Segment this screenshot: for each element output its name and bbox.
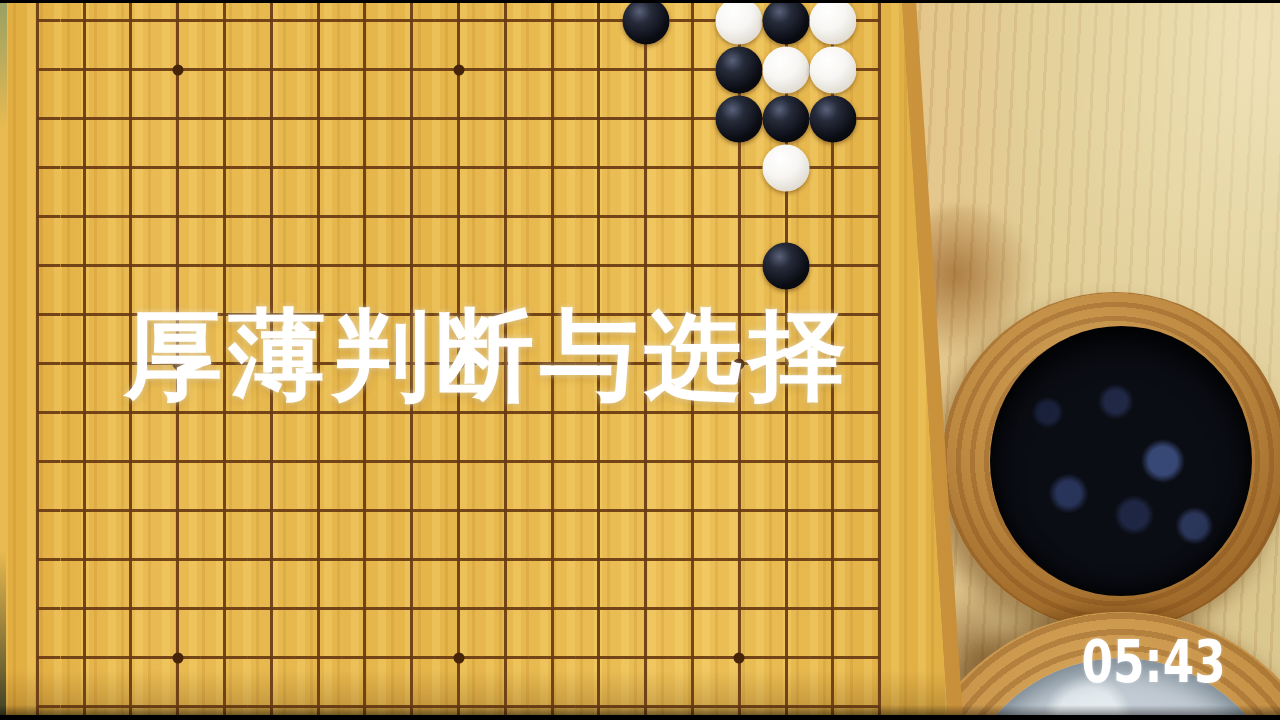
intersection [763, 584, 810, 633]
intersection [61, 94, 108, 143]
intersection [669, 486, 716, 535]
intersection [61, 143, 108, 192]
letterbox-bottom [0, 715, 1280, 720]
intersection [248, 535, 295, 584]
intersection [856, 241, 903, 290]
intersection [61, 388, 108, 437]
intersection [482, 535, 529, 584]
intersection [14, 437, 61, 486]
intersection [388, 486, 435, 535]
intersection [154, 633, 201, 682]
intersection [529, 633, 576, 682]
intersection [342, 241, 389, 290]
intersection [295, 633, 342, 682]
intersection [342, 486, 389, 535]
black-stone [716, 46, 763, 93]
intersection [248, 584, 295, 633]
intersection [810, 0, 857, 45]
intersection [622, 241, 669, 290]
white-stone [809, 46, 856, 93]
intersection [14, 535, 61, 584]
intersection [856, 633, 903, 682]
intersection [61, 45, 108, 94]
intersection [763, 486, 810, 535]
intersection [108, 192, 155, 241]
intersection [482, 241, 529, 290]
intersection [482, 633, 529, 682]
intersection [295, 437, 342, 486]
intersection [201, 45, 248, 94]
intersection [154, 241, 201, 290]
intersection [108, 437, 155, 486]
intersection [529, 0, 576, 45]
intersection [856, 535, 903, 584]
intersection [529, 437, 576, 486]
white-stone [763, 46, 810, 93]
intersection [248, 633, 295, 682]
video-frame: 厚薄判断与选择 05:43 [0, 0, 1280, 720]
intersection [810, 94, 857, 143]
intersection [669, 633, 716, 682]
intersection [856, 192, 903, 241]
intersection [201, 437, 248, 486]
intersection [856, 0, 903, 45]
intersection [154, 535, 201, 584]
intersection [716, 633, 763, 682]
intersection [342, 535, 389, 584]
intersection [482, 584, 529, 633]
intersection [669, 535, 716, 584]
intersection [295, 241, 342, 290]
intersection [388, 45, 435, 94]
intersection [529, 94, 576, 143]
black-stone [763, 242, 810, 289]
star-point [453, 652, 464, 663]
intersection [295, 486, 342, 535]
intersection [14, 339, 61, 388]
intersection [810, 535, 857, 584]
intersection [576, 486, 623, 535]
intersection [388, 192, 435, 241]
intersection [295, 143, 342, 192]
intersection [295, 192, 342, 241]
intersection [342, 584, 389, 633]
intersection [388, 94, 435, 143]
intersection [61, 0, 108, 45]
intersection [763, 45, 810, 94]
intersection [435, 633, 482, 682]
intersection [763, 437, 810, 486]
intersection [342, 192, 389, 241]
intersection [435, 584, 482, 633]
intersection [14, 192, 61, 241]
intersection [154, 143, 201, 192]
intersection [810, 437, 857, 486]
intersection [295, 0, 342, 45]
intersection [154, 94, 201, 143]
intersection [154, 192, 201, 241]
intersection [388, 241, 435, 290]
black-bowl-stones [990, 326, 1252, 596]
intersection [14, 0, 61, 45]
intersection [108, 0, 155, 45]
intersection [342, 437, 389, 486]
intersection [201, 0, 248, 45]
intersection [295, 45, 342, 94]
title-overlay: 厚薄判断与选择 [124, 304, 852, 407]
intersection [14, 486, 61, 535]
intersection [716, 0, 763, 45]
letterbox-top [0, 0, 1280, 3]
intersection [201, 486, 248, 535]
intersection [108, 143, 155, 192]
intersection [716, 486, 763, 535]
intersection [435, 192, 482, 241]
intersection [810, 143, 857, 192]
intersection [810, 584, 857, 633]
intersection [716, 45, 763, 94]
intersection [716, 535, 763, 584]
star-point [734, 652, 745, 663]
intersection [154, 0, 201, 45]
intersection [669, 584, 716, 633]
intersection [482, 45, 529, 94]
intersection [435, 486, 482, 535]
intersection [856, 94, 903, 143]
intersection [435, 143, 482, 192]
intersection [856, 584, 903, 633]
intersection [622, 633, 669, 682]
intersection [61, 486, 108, 535]
intersection [388, 0, 435, 45]
black-stone [763, 0, 810, 44]
intersection [108, 486, 155, 535]
intersection [482, 0, 529, 45]
timer-overlay: 05:43 [1082, 628, 1226, 696]
intersection [810, 486, 857, 535]
intersection [482, 437, 529, 486]
black-stone [716, 95, 763, 142]
intersection [576, 437, 623, 486]
intersection [622, 94, 669, 143]
frame-left-sliver-bottom [0, 550, 6, 720]
black-stone [809, 95, 856, 142]
intersection [622, 143, 669, 192]
intersection [435, 535, 482, 584]
black-stone [763, 95, 810, 142]
intersection [482, 192, 529, 241]
bottom-fade [0, 705, 1280, 715]
intersection [248, 143, 295, 192]
intersection [14, 290, 61, 339]
intersection [201, 94, 248, 143]
intersection [295, 535, 342, 584]
intersection [248, 241, 295, 290]
intersection [248, 0, 295, 45]
intersection [856, 486, 903, 535]
intersection [576, 94, 623, 143]
intersection [529, 584, 576, 633]
intersection [295, 94, 342, 143]
intersection [201, 633, 248, 682]
intersection [576, 535, 623, 584]
intersection [576, 584, 623, 633]
intersection [482, 143, 529, 192]
intersection [763, 241, 810, 290]
intersection [154, 45, 201, 94]
intersection [388, 143, 435, 192]
intersection [576, 241, 623, 290]
intersection [342, 0, 389, 45]
intersection [388, 437, 435, 486]
intersection [108, 241, 155, 290]
intersection [810, 241, 857, 290]
intersection [716, 143, 763, 192]
intersection [622, 584, 669, 633]
intersection [342, 94, 389, 143]
intersection [669, 437, 716, 486]
intersection [108, 584, 155, 633]
intersection [763, 0, 810, 45]
intersection [14, 45, 61, 94]
intersection [529, 486, 576, 535]
intersection [108, 535, 155, 584]
intersection [763, 192, 810, 241]
intersection [61, 437, 108, 486]
intersection [108, 45, 155, 94]
star-point [172, 652, 183, 663]
intersection [342, 143, 389, 192]
intersection [435, 94, 482, 143]
intersection [669, 94, 716, 143]
intersection [856, 45, 903, 94]
intersection [108, 633, 155, 682]
intersection [810, 45, 857, 94]
intersection [622, 192, 669, 241]
intersection [248, 486, 295, 535]
intersection [61, 241, 108, 290]
black-stone-bowl [942, 292, 1280, 630]
intersection [669, 241, 716, 290]
intersection [810, 192, 857, 241]
intersection [856, 339, 903, 388]
intersection [342, 633, 389, 682]
intersection [435, 45, 482, 94]
intersection [763, 633, 810, 682]
intersection [201, 241, 248, 290]
intersection [248, 94, 295, 143]
intersection [856, 388, 903, 437]
intersection [435, 437, 482, 486]
intersection [529, 192, 576, 241]
intersection [529, 45, 576, 94]
star-point [453, 64, 464, 75]
intersection [61, 584, 108, 633]
intersection [576, 45, 623, 94]
intersection [669, 45, 716, 94]
intersection [342, 45, 389, 94]
intersection [14, 143, 61, 192]
intersection [14, 633, 61, 682]
intersection [622, 535, 669, 584]
intersection [529, 143, 576, 192]
intersection [388, 584, 435, 633]
intersection [61, 535, 108, 584]
intersection [14, 388, 61, 437]
intersection [201, 535, 248, 584]
intersection [435, 0, 482, 45]
intersection [622, 45, 669, 94]
intersection [763, 94, 810, 143]
intersection [61, 192, 108, 241]
intersection [201, 584, 248, 633]
white-stone [809, 0, 856, 44]
intersection [669, 143, 716, 192]
intersection [716, 192, 763, 241]
intersection [61, 339, 108, 388]
intersection [763, 143, 810, 192]
intersection [716, 437, 763, 486]
intersection [248, 437, 295, 486]
white-stone [716, 0, 763, 44]
intersection [856, 143, 903, 192]
intersection [716, 584, 763, 633]
intersection [61, 290, 108, 339]
intersection [763, 535, 810, 584]
intersection [61, 633, 108, 682]
intersection [622, 437, 669, 486]
intersection [201, 143, 248, 192]
intersection [576, 633, 623, 682]
intersection [810, 633, 857, 682]
intersection [576, 0, 623, 45]
intersection [14, 94, 61, 143]
intersection [248, 45, 295, 94]
intersection [388, 633, 435, 682]
intersection [388, 535, 435, 584]
intersection [622, 0, 669, 45]
intersection [295, 584, 342, 633]
intersection [14, 241, 61, 290]
intersection [856, 290, 903, 339]
intersection [576, 192, 623, 241]
intersection [154, 584, 201, 633]
intersection [435, 241, 482, 290]
intersection [108, 94, 155, 143]
intersection [482, 94, 529, 143]
intersection [201, 192, 248, 241]
intersection [529, 535, 576, 584]
intersection [576, 143, 623, 192]
intersection [14, 584, 61, 633]
intersection [154, 437, 201, 486]
intersection [716, 94, 763, 143]
intersection [856, 437, 903, 486]
white-stone [763, 144, 810, 191]
intersection [622, 486, 669, 535]
intersection [669, 192, 716, 241]
intersection [482, 486, 529, 535]
intersection [248, 192, 295, 241]
black-stone [622, 0, 669, 44]
intersection [529, 241, 576, 290]
intersection [154, 486, 201, 535]
frame-left-sliver-top [0, 0, 7, 130]
star-point [172, 64, 183, 75]
intersection [669, 0, 716, 45]
intersection [716, 241, 763, 290]
